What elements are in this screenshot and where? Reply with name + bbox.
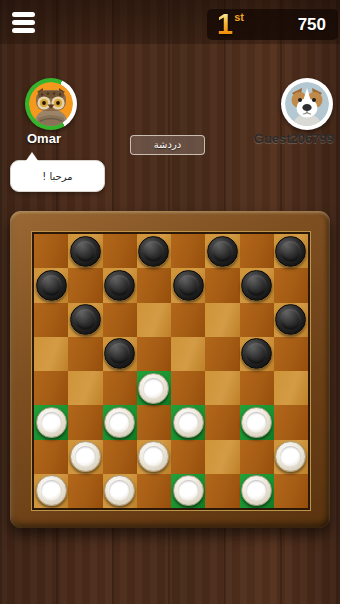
black-piece[interactable]: [275, 304, 306, 335]
player-avatar-right[interactable]: [281, 78, 333, 130]
board-cell[interactable]: [103, 268, 137, 302]
board-cell[interactable]: [68, 371, 102, 405]
black-piece[interactable]: [104, 338, 135, 369]
board-cell[interactable]: [68, 440, 102, 474]
board-cell[interactable]: [34, 234, 68, 268]
board-cell[interactable]: [137, 474, 171, 508]
board-cell[interactable]: [274, 234, 308, 268]
checkers-board-frame: [10, 211, 330, 528]
board-cell[interactable]: [171, 371, 205, 405]
black-piece[interactable]: [275, 236, 306, 267]
white-piece[interactable]: [275, 441, 306, 472]
board-cell[interactable]: [240, 405, 274, 439]
board-cell[interactable]: [68, 268, 102, 302]
board-cell[interactable]: [171, 337, 205, 371]
player-avatar-left[interactable]: [25, 78, 77, 130]
board-cell[interactable]: [34, 371, 68, 405]
white-piece[interactable]: [36, 475, 67, 506]
white-piece[interactable]: [104, 475, 135, 506]
board-cell[interactable]: [103, 337, 137, 371]
white-piece[interactable]: [138, 373, 169, 404]
board-cell[interactable]: [171, 303, 205, 337]
board-cell[interactable]: [274, 371, 308, 405]
top-bar: 1 st 750: [0, 0, 340, 44]
board-cell[interactable]: [68, 405, 102, 439]
owl-avatar-icon: [29, 82, 73, 126]
board-cell[interactable]: [240, 440, 274, 474]
board-cell[interactable]: [274, 474, 308, 508]
board-cell[interactable]: [34, 303, 68, 337]
player-name-right: Guest206799: [254, 131, 334, 146]
checkers-app: 1 st 750: [0, 0, 340, 604]
board-cell[interactable]: [103, 303, 137, 337]
white-piece[interactable]: [104, 407, 135, 438]
board-cell[interactable]: [137, 234, 171, 268]
black-piece[interactable]: [173, 270, 204, 301]
board-cell[interactable]: [274, 405, 308, 439]
board-cell[interactable]: [34, 474, 68, 508]
board-cell[interactable]: [240, 234, 274, 268]
black-piece[interactable]: [241, 270, 272, 301]
board-cell[interactable]: [171, 440, 205, 474]
puppy-avatar-icon: [285, 82, 329, 126]
board-cell[interactable]: [34, 405, 68, 439]
board-cell[interactable]: [240, 337, 274, 371]
score-value: 750: [298, 15, 326, 35]
board-cell[interactable]: [137, 337, 171, 371]
board-cell[interactable]: [68, 303, 102, 337]
board-cell[interactable]: [205, 474, 239, 508]
rank-suffix: st: [234, 12, 244, 23]
white-piece[interactable]: [241, 475, 272, 506]
player-name-left: Omar: [27, 131, 61, 146]
black-piece[interactable]: [70, 236, 101, 267]
board-cell[interactable]: [205, 268, 239, 302]
board-cell[interactable]: [137, 303, 171, 337]
black-piece[interactable]: [138, 236, 169, 267]
checkers-board: [31, 231, 311, 511]
board-cell[interactable]: [205, 405, 239, 439]
board-cell[interactable]: [205, 303, 239, 337]
board-cell[interactable]: [137, 268, 171, 302]
board-cell[interactable]: [274, 440, 308, 474]
board-cell[interactable]: [205, 371, 239, 405]
chat-bubble: مرحبا !: [10, 160, 105, 192]
board-cell[interactable]: [68, 234, 102, 268]
board-cell[interactable]: [103, 440, 137, 474]
white-piece[interactable]: [138, 441, 169, 472]
board-cell[interactable]: [240, 371, 274, 405]
board-cell[interactable]: [137, 371, 171, 405]
board-cell[interactable]: [34, 337, 68, 371]
board-cell[interactable]: [274, 268, 308, 302]
board-cell[interactable]: [137, 440, 171, 474]
black-piece[interactable]: [207, 236, 238, 267]
board-cell[interactable]: [171, 405, 205, 439]
black-piece[interactable]: [104, 270, 135, 301]
rank-number: 1: [217, 10, 233, 39]
chat-button[interactable]: دردشة: [130, 135, 205, 155]
white-piece[interactable]: [241, 407, 272, 438]
black-piece[interactable]: [36, 270, 67, 301]
white-piece[interactable]: [36, 407, 67, 438]
board-cell[interactable]: [68, 474, 102, 508]
board-cell[interactable]: [103, 234, 137, 268]
board-cell[interactable]: [240, 268, 274, 302]
black-piece[interactable]: [241, 338, 272, 369]
board-cell[interactable]: [68, 337, 102, 371]
board-cell[interactable]: [205, 440, 239, 474]
board-cell[interactable]: [34, 268, 68, 302]
board-cell[interactable]: [103, 371, 137, 405]
rank-badge: 1 st: [217, 10, 244, 39]
board-cell[interactable]: [205, 234, 239, 268]
white-piece[interactable]: [173, 407, 204, 438]
chat-bubble-text: مرحبا !: [42, 171, 72, 182]
board-cell[interactable]: [274, 303, 308, 337]
black-piece[interactable]: [70, 304, 101, 335]
board-cell[interactable]: [171, 474, 205, 508]
board-cell[interactable]: [137, 405, 171, 439]
board-cell[interactable]: [240, 303, 274, 337]
board-cell[interactable]: [274, 337, 308, 371]
board-cell[interactable]: [34, 440, 68, 474]
board-grid: [34, 234, 308, 508]
board-cell[interactable]: [205, 337, 239, 371]
white-piece[interactable]: [173, 475, 204, 506]
board-cell[interactable]: [171, 268, 205, 302]
board-cell[interactable]: [171, 234, 205, 268]
score-panel: 1 st 750: [207, 9, 338, 40]
board-cell[interactable]: [103, 405, 137, 439]
board-cell[interactable]: [240, 474, 274, 508]
board-cell[interactable]: [103, 474, 137, 508]
hamburger-menu-icon[interactable]: [12, 12, 36, 34]
white-piece[interactable]: [70, 441, 101, 472]
